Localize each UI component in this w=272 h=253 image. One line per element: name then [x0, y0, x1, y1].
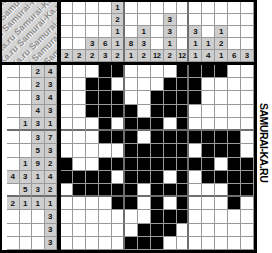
grid-cell[interactable] — [125, 65, 138, 78]
grid-cell[interactable] — [125, 197, 138, 210]
grid-cell[interactable] — [125, 118, 138, 131]
grid-cell[interactable] — [189, 224, 202, 237]
grid-cell[interactable] — [112, 131, 125, 144]
grid-cell[interactable] — [177, 118, 190, 131]
grid-cell[interactable] — [189, 184, 202, 197]
grid-cell[interactable] — [189, 158, 202, 171]
col-clue-cell — [202, 2, 215, 14]
grid-cell[interactable] — [151, 65, 164, 78]
grid-cell[interactable] — [86, 65, 99, 78]
grid-cell[interactable] — [73, 171, 86, 184]
grid-cell[interactable] — [73, 237, 86, 250]
grid-cell[interactable] — [202, 91, 215, 104]
grid-cell[interactable] — [228, 237, 241, 250]
grid-cell[interactable] — [177, 131, 190, 144]
col-clue-cell: 1 — [189, 38, 202, 50]
grid-cell[interactable] — [202, 158, 215, 171]
grid-cell[interactable] — [228, 224, 241, 237]
grid-cell[interactable] — [164, 197, 177, 210]
grid-cell[interactable] — [164, 131, 177, 144]
col-clue-cell — [86, 26, 99, 38]
grid-cell[interactable] — [99, 210, 112, 223]
grid-cell[interactable] — [112, 105, 125, 118]
row-clue-cell: 4 — [45, 65, 58, 78]
grid-cell[interactable] — [215, 65, 228, 78]
grid-cell[interactable] — [215, 224, 228, 237]
grid-cell[interactable] — [112, 224, 125, 237]
col-clue-cell — [241, 14, 254, 26]
grid-cell[interactable] — [138, 158, 151, 171]
col-clue-cell: 6 — [228, 50, 241, 62]
grid-cell[interactable] — [138, 131, 151, 144]
grid-cell[interactable] — [138, 184, 151, 197]
site-label-vertical: SAMURAI-KA.RU — [257, 103, 272, 247]
grid-cell[interactable] — [215, 158, 228, 171]
grid-cell[interactable] — [112, 91, 125, 104]
col-clue-cell — [215, 2, 228, 14]
row-clue-cell: 9 — [32, 158, 45, 171]
grid-cell[interactable] — [86, 105, 99, 118]
grid-cell[interactable] — [61, 91, 74, 104]
grid-cell[interactable] — [177, 197, 190, 210]
grid-cell[interactable] — [241, 78, 254, 91]
grid-cell[interactable] — [99, 158, 112, 171]
grid-cell[interactable] — [215, 237, 228, 250]
grid-cell[interactable] — [86, 144, 99, 157]
grid-cell[interactable] — [189, 91, 202, 104]
grid-cell[interactable] — [189, 118, 202, 131]
grid-cell[interactable] — [125, 224, 138, 237]
grid-cell[interactable] — [61, 210, 74, 223]
col-clue-cell — [151, 14, 164, 26]
grid-cell[interactable] — [86, 158, 99, 171]
grid-cell[interactable] — [228, 197, 241, 210]
grid-cell[interactable] — [241, 171, 254, 184]
col-clue-cell — [241, 38, 254, 50]
col-clue-cell — [138, 2, 151, 14]
grid-cell[interactable] — [86, 184, 99, 197]
grid-cell[interactable] — [164, 210, 177, 223]
grid-cell[interactable] — [61, 184, 74, 197]
row-clue-cell — [20, 144, 33, 157]
grid-cell[interactable] — [215, 144, 228, 157]
row-clue-cell: 3 — [32, 184, 45, 197]
row-clue-cell: 3 — [45, 210, 58, 223]
row-clue-cell: 2 — [32, 78, 45, 91]
col-clue-cell — [125, 26, 138, 38]
grid-cell[interactable] — [138, 118, 151, 131]
row-clue-cell: 4 — [32, 105, 45, 118]
grid-cell[interactable] — [215, 184, 228, 197]
col-clue-cell — [73, 26, 86, 38]
grid-cell[interactable] — [99, 131, 112, 144]
grid-cell[interactable] — [61, 144, 74, 157]
grid-cell[interactable] — [228, 184, 241, 197]
grid-cell[interactable] — [99, 118, 112, 131]
grid-cell[interactable] — [202, 237, 215, 250]
grid-cell[interactable] — [164, 78, 177, 91]
col-clue-cell — [228, 2, 241, 14]
grid-cell[interactable] — [189, 197, 202, 210]
row-clue-cell: 3 — [45, 224, 58, 237]
grid-cell[interactable] — [228, 158, 241, 171]
row-clue-cell: 1 — [20, 197, 33, 210]
grid-cell[interactable] — [61, 105, 74, 118]
grid-cell[interactable] — [151, 144, 164, 157]
grid-cell[interactable] — [151, 118, 164, 131]
grid-cell[interactable] — [99, 91, 112, 104]
grid-cell[interactable] — [99, 78, 112, 91]
col-clue-cell — [86, 2, 99, 14]
grid-cell[interactable] — [151, 105, 164, 118]
grid-cell[interactable] — [99, 224, 112, 237]
grid-cell[interactable] — [177, 91, 190, 104]
grid-cell[interactable] — [99, 105, 112, 118]
grid-cell[interactable] — [215, 91, 228, 104]
col-clue-cell — [177, 2, 190, 14]
col-clue-cell: 2 — [112, 14, 125, 26]
col-clue-cell — [151, 2, 164, 14]
col-clue-cell: 1 — [112, 38, 125, 50]
grid-cell[interactable] — [112, 197, 125, 210]
col-clue-cell: 2 — [215, 38, 228, 50]
grid-cell[interactable] — [241, 91, 254, 104]
grid-cell[interactable] — [73, 105, 86, 118]
row-clue-cell — [7, 91, 20, 104]
grid-cell[interactable] — [61, 171, 74, 184]
grid-cell[interactable] — [112, 171, 125, 184]
grid-cell[interactable] — [164, 105, 177, 118]
row-clue-cell: 1 — [32, 197, 45, 210]
grid-cell[interactable] — [215, 105, 228, 118]
col-clue-cell — [189, 14, 202, 26]
row-clue-cell — [20, 224, 33, 237]
grid-cell[interactable] — [86, 210, 99, 223]
grid-cell[interactable] — [125, 171, 138, 184]
grid-cell[interactable] — [73, 91, 86, 104]
col-clue-cell: 3 — [241, 50, 254, 62]
grid-cell[interactable] — [138, 144, 151, 157]
grid-cell[interactable] — [73, 131, 86, 144]
row-clue-cell: 3 — [45, 105, 58, 118]
grid-cell[interactable] — [241, 65, 254, 78]
grid-cell[interactable] — [151, 78, 164, 91]
grid-cell[interactable] — [215, 131, 228, 144]
row-clue-cell — [20, 65, 33, 78]
grid-cell[interactable] — [241, 224, 254, 237]
grid-cell[interactable] — [125, 158, 138, 171]
col-clue-cell — [241, 26, 254, 38]
grid-cell[interactable] — [189, 131, 202, 144]
grid-cell[interactable] — [202, 131, 215, 144]
grid-cell[interactable] — [73, 118, 86, 131]
grid-cell[interactable] — [164, 184, 177, 197]
grid-cell[interactable] — [228, 210, 241, 223]
grid-cell[interactable] — [164, 171, 177, 184]
col-clue-cell — [61, 14, 74, 26]
grid-cell[interactable] — [125, 184, 138, 197]
col-clue-cell: 1 — [112, 26, 125, 38]
grid-cell[interactable] — [151, 224, 164, 237]
col-clue-cell: 2 — [73, 50, 86, 62]
grid-cell[interactable] — [99, 65, 112, 78]
grid-cell[interactable] — [125, 105, 138, 118]
row-clue-cell: 2 — [7, 197, 20, 210]
grid-cell[interactable] — [112, 118, 125, 131]
grid-cell[interactable] — [151, 158, 164, 171]
grid-cell[interactable] — [86, 131, 99, 144]
grid-cell[interactable] — [228, 65, 241, 78]
grid-cell[interactable] — [164, 91, 177, 104]
grid-cell[interactable] — [189, 171, 202, 184]
grid-cell[interactable] — [73, 78, 86, 91]
grid-cell[interactable] — [73, 65, 86, 78]
grid-cell[interactable] — [112, 237, 125, 250]
row-clue-cell — [32, 210, 45, 223]
grid-cell[interactable] — [202, 144, 215, 157]
grid-cell[interactable] — [138, 105, 151, 118]
grid-cell[interactable] — [125, 78, 138, 91]
row-clue-cell — [7, 184, 20, 197]
col-clue-cell — [73, 2, 86, 14]
grid-cell[interactable] — [99, 144, 112, 157]
grid-cell[interactable] — [177, 184, 190, 197]
grid-cell[interactable] — [202, 78, 215, 91]
col-clue-cell: 3 — [99, 50, 112, 62]
grid-cell[interactable] — [177, 144, 190, 157]
grid-cell[interactable] — [241, 197, 254, 210]
row-clue-cell: 1 — [20, 158, 33, 171]
grid-cell[interactable] — [164, 224, 177, 237]
grid-cell[interactable] — [125, 237, 138, 250]
grid-cell[interactable] — [151, 237, 164, 250]
grid-cell[interactable] — [241, 144, 254, 157]
col-clue-cell — [125, 2, 138, 14]
grid-cell[interactable] — [86, 78, 99, 91]
col-clue-cell: 3 — [138, 38, 151, 50]
row-clue-cell: 3 — [45, 78, 58, 91]
row-clue-cell — [7, 158, 20, 171]
grid-cell[interactable] — [241, 158, 254, 171]
grid-cell[interactable] — [164, 237, 177, 250]
row-clue-cell: 3 — [32, 131, 45, 144]
grid-cell[interactable] — [86, 118, 99, 131]
grid-cell[interactable] — [164, 144, 177, 157]
col-clue-cell — [61, 38, 74, 50]
row-clue-cell: 4 — [7, 171, 20, 184]
grid-cell[interactable] — [241, 184, 254, 197]
grid-cell[interactable] — [73, 197, 86, 210]
grid-cell[interactable] — [151, 197, 164, 210]
grid-cell[interactable] — [112, 184, 125, 197]
grid-cell[interactable] — [215, 118, 228, 131]
grid-cell[interactable] — [125, 210, 138, 223]
grid-cell[interactable] — [164, 118, 177, 131]
grid-cell[interactable] — [164, 65, 177, 78]
grid-cell[interactable] — [177, 158, 190, 171]
grid-cell[interactable] — [215, 78, 228, 91]
col-clue-cell: 1 — [138, 26, 151, 38]
col-clue-cell — [177, 38, 190, 50]
grid-cell[interactable] — [125, 91, 138, 104]
grid-cell[interactable] — [228, 144, 241, 157]
col-clue-cell: 6 — [99, 38, 112, 50]
puzzle-grid — [61, 65, 255, 250]
divider-left-of-grid — [57, 2, 61, 250]
col-clue-cell — [177, 26, 190, 38]
watermark-text: Samurai-Ka.ru Samurai-Ka.ru Samurai-Ka.r… — [2, 2, 57, 62]
col-clue-cell — [151, 38, 164, 50]
grid-cell[interactable] — [202, 65, 215, 78]
grid-cell[interactable] — [61, 237, 74, 250]
grid-cell[interactable] — [138, 224, 151, 237]
row-clue-cell: 5 — [32, 144, 45, 157]
grid-cell[interactable] — [86, 237, 99, 250]
col-clue-cell: 2 — [86, 50, 99, 62]
row-clue-cell: 1 — [45, 118, 58, 131]
grid-cell[interactable] — [202, 197, 215, 210]
grid-cell[interactable] — [138, 65, 151, 78]
grid-cell[interactable] — [189, 210, 202, 223]
grid-cell[interactable] — [177, 224, 190, 237]
grid-cell[interactable] — [228, 131, 241, 144]
col-clue-cell — [228, 38, 241, 50]
grid-cell[interactable] — [228, 118, 241, 131]
grid-cell[interactable] — [228, 91, 241, 104]
grid-cell[interactable] — [151, 171, 164, 184]
row-clue-cell — [7, 78, 20, 91]
col-clue-cell: 2 — [61, 50, 74, 62]
divider-under-column-clues — [2, 62, 255, 65]
row-clue-cell — [7, 144, 20, 157]
grid-cell[interactable] — [189, 144, 202, 157]
grid-cell[interactable] — [61, 197, 74, 210]
grid-cell[interactable] — [228, 105, 241, 118]
grid-cell[interactable] — [215, 210, 228, 223]
grid-cell[interactable] — [138, 237, 151, 250]
grid-cell[interactable] — [73, 224, 86, 237]
grid-cell[interactable] — [86, 197, 99, 210]
grid-cell[interactable] — [112, 210, 125, 223]
grid-cell[interactable] — [228, 171, 241, 184]
grid-cell[interactable] — [112, 144, 125, 157]
grid-cell[interactable] — [202, 184, 215, 197]
frame-border-left — [0, 0, 2, 253]
col-clue-cell: 3 — [189, 26, 202, 38]
grid-cell[interactable] — [241, 210, 254, 223]
grid-cell[interactable] — [138, 78, 151, 91]
col-clue-cell: 2 — [138, 50, 151, 62]
grid-cell[interactable] — [61, 224, 74, 237]
grid-cell[interactable] — [202, 105, 215, 118]
grid-cell[interactable] — [112, 158, 125, 171]
col-clue-cell — [86, 14, 99, 26]
grid-cell[interactable] — [73, 158, 86, 171]
grid-cell[interactable] — [151, 91, 164, 104]
col-clue-cell — [189, 2, 202, 14]
grid-cell[interactable] — [177, 65, 190, 78]
grid-cell[interactable] — [215, 171, 228, 184]
grid-cell[interactable] — [202, 118, 215, 131]
grid-cell[interactable] — [86, 171, 99, 184]
grid-cell[interactable] — [61, 78, 74, 91]
grid-cell[interactable] — [99, 184, 112, 197]
grid-cell[interactable] — [125, 131, 138, 144]
grid-cell[interactable] — [138, 91, 151, 104]
grid-cell[interactable] — [61, 118, 74, 131]
grid-cell[interactable] — [86, 224, 99, 237]
grid-cell[interactable] — [164, 158, 177, 171]
row-clue-cell — [20, 237, 33, 250]
grid-cell[interactable] — [241, 237, 254, 250]
grid-cell[interactable] — [241, 118, 254, 131]
grid-cell[interactable] — [73, 184, 86, 197]
col-clue-cell: 3 — [164, 14, 177, 26]
row-clue-cell — [7, 118, 20, 131]
grid-cell[interactable] — [228, 78, 241, 91]
row-clue-cell: 1 — [32, 171, 45, 184]
grid-cell[interactable] — [151, 184, 164, 197]
grid-cell[interactable] — [215, 197, 228, 210]
grid-cell[interactable] — [112, 78, 125, 91]
grid-cell[interactable] — [138, 171, 151, 184]
grid-cell[interactable] — [189, 237, 202, 250]
grid-cell[interactable] — [202, 224, 215, 237]
grid-cell[interactable] — [138, 210, 151, 223]
grid-cell[interactable] — [241, 105, 254, 118]
grid-cell[interactable] — [189, 65, 202, 78]
grid-cell[interactable] — [177, 78, 190, 91]
grid-cell[interactable] — [112, 65, 125, 78]
grid-cell[interactable] — [189, 105, 202, 118]
grid-cell[interactable] — [73, 210, 86, 223]
col-clue-cell: 1 — [164, 38, 177, 50]
grid-cell[interactable] — [125, 144, 138, 157]
row-clue-cell — [20, 105, 33, 118]
nonogram-page: Samurai-Ka.ru Samurai-Ka.ru Samurai-Ka.r… — [0, 0, 272, 253]
row-clue-cell — [7, 224, 20, 237]
grid-cell[interactable] — [61, 158, 74, 171]
grid-cell[interactable] — [99, 197, 112, 210]
col-clue-cell: 8 — [125, 38, 138, 50]
grid-cell[interactable] — [73, 144, 86, 157]
grid-cell[interactable] — [177, 237, 190, 250]
grid-cell[interactable] — [189, 78, 202, 91]
col-clue-cell — [202, 26, 215, 38]
row-clue-cell: 3 — [45, 237, 58, 250]
grid-cell[interactable] — [99, 237, 112, 250]
col-clue-cell: 1 — [202, 38, 215, 50]
row-clue-cell — [7, 131, 20, 144]
grid-cell[interactable] — [177, 210, 190, 223]
grid-cell[interactable] — [61, 131, 74, 144]
row-clue-cell: 2 — [32, 65, 45, 78]
col-clue-cell — [164, 2, 177, 14]
grid-cell[interactable] — [177, 105, 190, 118]
grid-cell[interactable] — [151, 210, 164, 223]
grid-cell[interactable] — [241, 131, 254, 144]
grid-cell[interactable] — [86, 91, 99, 104]
grid-cell[interactable] — [202, 210, 215, 223]
col-clue-cell — [228, 26, 241, 38]
grid-cell[interactable] — [138, 197, 151, 210]
grid-cell[interactable] — [99, 171, 112, 184]
grid-cell[interactable] — [61, 65, 74, 78]
grid-cell[interactable] — [151, 131, 164, 144]
col-clue-cell: 2 — [112, 50, 125, 62]
grid-cell[interactable] — [177, 171, 190, 184]
grid-cell[interactable] — [202, 171, 215, 184]
